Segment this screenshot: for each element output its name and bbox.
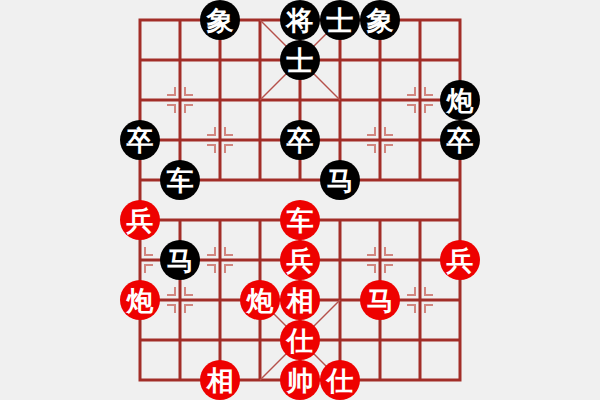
piece-black-horse[interactable]: 马 — [320, 160, 360, 200]
piece-black-advisor[interactable]: 士 — [320, 0, 360, 40]
piece-red-chariot[interactable]: 车 — [280, 200, 320, 240]
piece-red-horse[interactable]: 马 — [360, 280, 400, 320]
piece-red-elephant[interactable]: 相 — [280, 280, 320, 320]
piece-black-elephant[interactable]: 象 — [360, 0, 400, 40]
piece-red-advisor[interactable]: 仕 — [320, 360, 360, 400]
piece-black-king[interactable]: 将 — [280, 0, 320, 40]
piece-red-soldier[interactable]: 兵 — [440, 240, 480, 280]
piece-red-soldier[interactable]: 兵 — [120, 200, 160, 240]
xiangqi-board: 象将士象士炮卒卒卒车马兵车马兵兵炮炮相马仕相帅仕 — [0, 0, 600, 400]
piece-black-soldier[interactable]: 卒 — [280, 120, 320, 160]
piece-red-soldier[interactable]: 兵 — [280, 240, 320, 280]
piece-black-advisor[interactable]: 士 — [280, 40, 320, 80]
piece-red-advisor[interactable]: 仕 — [280, 320, 320, 360]
piece-black-soldier[interactable]: 卒 — [120, 120, 160, 160]
piece-red-elephant[interactable]: 相 — [200, 360, 240, 400]
piece-black-horse[interactable]: 马 — [160, 240, 200, 280]
piece-black-cannon[interactable]: 炮 — [440, 80, 480, 120]
piece-red-cannon[interactable]: 炮 — [120, 280, 160, 320]
piece-black-chariot[interactable]: 车 — [160, 160, 200, 200]
piece-black-elephant[interactable]: 象 — [200, 0, 240, 40]
piece-grid: 象将士象士炮卒卒卒车马兵车马兵兵炮炮相马仕相帅仕 — [120, 0, 480, 400]
piece-red-king[interactable]: 帅 — [280, 360, 320, 400]
piece-red-cannon[interactable]: 炮 — [240, 280, 280, 320]
piece-black-soldier[interactable]: 卒 — [440, 120, 480, 160]
